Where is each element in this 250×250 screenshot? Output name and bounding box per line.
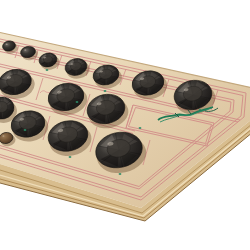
photo-canvas bbox=[0, 0, 250, 250]
thread-stitch-4 bbox=[24, 129, 27, 131]
thread-stitch-3 bbox=[76, 101, 79, 103]
thread-stitch-2 bbox=[104, 90, 107, 92]
thread-stitch-5 bbox=[139, 127, 142, 129]
thread-stitch-1 bbox=[46, 69, 49, 71]
button-card-board bbox=[0, 0, 250, 250]
thread-stitch-7 bbox=[119, 173, 122, 175]
thread-stitch-6 bbox=[69, 156, 72, 158]
